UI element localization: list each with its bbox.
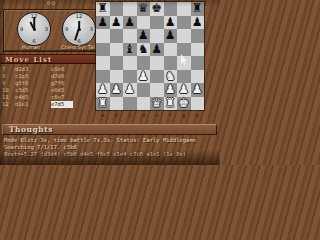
black-move[interactable]: c6e7 <box>51 94 87 101</box>
square-a7[interactable]: ♟ <box>96 16 110 30</box>
black-move[interactable]: g7f6 <box>51 80 87 87</box>
engine-clock: 12 3 6 9 <box>62 12 96 46</box>
white-player-label: Human <box>6 44 56 50</box>
white-move[interactable]: g5f6 <box>15 80 51 87</box>
square-f3[interactable]: ♞ <box>164 70 178 84</box>
move-list: 7d2d3c8e68c1g5d7d69g5f6g7f610c3d5e6d511e… <box>2 66 102 108</box>
black-rook-piece: ♜ <box>192 2 203 15</box>
square-a2[interactable]: ♟ <box>96 83 110 97</box>
square-c2[interactable]: ♟ <box>123 83 137 97</box>
square-e1[interactable]: ♛ <box>150 97 164 111</box>
white-move[interactable]: d1e1 <box>15 101 51 108</box>
file-label-g: g <box>177 112 191 118</box>
white-pawn-piece: ♟ <box>178 83 189 96</box>
square-c7[interactable]: ♟ <box>123 16 137 30</box>
white-move[interactable]: c1g5 <box>15 73 51 80</box>
white-pawn-piece: ♟ <box>124 83 135 96</box>
white-pawn-piece: ♟ <box>97 83 108 96</box>
move-row: 7d2d3c8e6 <box>2 66 102 73</box>
square-f2[interactable]: ♟ <box>164 83 178 97</box>
square-d6[interactable]: ♟ <box>137 29 151 43</box>
square-b6[interactable] <box>110 29 124 43</box>
human-clock: 12 3 6 9 <box>17 12 51 46</box>
square-h7[interactable]: ♟ <box>191 16 205 30</box>
file-label-a: a <box>96 112 110 118</box>
square-f6[interactable]: ♟ <box>164 29 178 43</box>
black-pawn-piece: ♟ <box>124 16 135 29</box>
square-f8[interactable] <box>164 2 178 16</box>
black-move[interactable]: c8e6 <box>51 66 87 73</box>
square-e5[interactable]: ♟ <box>150 43 164 57</box>
thoughts-lines: Mode Blitz 3s, time battle 7s,3s. Status… <box>4 137 218 158</box>
black-pawn-piece: ♟ <box>151 43 162 56</box>
square-d4[interactable] <box>137 56 151 70</box>
black-bishop-piece: ♝ <box>124 43 135 56</box>
square-d8[interactable]: ♛ <box>137 2 151 16</box>
move-row: 11e4d5c6e7 <box>2 94 102 101</box>
black-move[interactable]: d7d6 <box>51 73 87 80</box>
black-knight-piece: ♞ <box>138 43 149 56</box>
white-pawn-piece: ♟ <box>192 83 203 96</box>
thoughts-line-2: Searching 7/1/17. c5b6 <box>4 144 218 151</box>
num: 11 <box>2 94 15 101</box>
square-e8[interactable]: ♚ <box>150 2 164 16</box>
square-b5[interactable] <box>110 43 124 57</box>
square-c1[interactable] <box>123 97 137 111</box>
black-queen-piece: ♛ <box>138 2 149 15</box>
square-g6[interactable] <box>177 29 191 43</box>
clock-hub <box>78 28 81 31</box>
file-label-h: h <box>191 112 205 118</box>
square-c8[interactable] <box>123 2 137 16</box>
square-g2[interactable]: ♟ <box>177 83 191 97</box>
square-g5[interactable] <box>177 43 191 57</box>
white-pawn-piece: ♟ <box>165 83 176 96</box>
file-label-d: d <box>137 112 151 118</box>
square-g8[interactable] <box>177 2 191 16</box>
white-pawn-piece: ♟ <box>111 83 122 96</box>
clocks-panel: 12 3 6 9 12 3 6 9 Human Chess Sys Tal <box>3 9 106 52</box>
white-pawn-piece: ♟ <box>138 70 149 83</box>
white-knight-piece: ♞ <box>165 70 176 83</box>
square-a1[interactable]: ♜ <box>96 97 110 111</box>
black-move[interactable]: e7d5 <box>51 101 73 108</box>
square-c5[interactable]: ♝ <box>123 43 137 57</box>
square-h3[interactable] <box>191 70 205 84</box>
square-b7[interactable]: ♟ <box>110 16 124 30</box>
white-move[interactable]: e4d5 <box>15 94 51 101</box>
file-labels: abcdefgh <box>96 112 204 118</box>
black-pawn-piece: ♟ <box>192 16 203 29</box>
num: 7 <box>2 66 15 73</box>
clock-hub <box>33 28 36 31</box>
square-g3[interactable] <box>177 70 191 84</box>
square-h5[interactable] <box>191 43 205 57</box>
square-f1[interactable]: ♜ <box>164 97 178 111</box>
square-a8[interactable]: ♜ <box>96 2 110 16</box>
file-label-c: c <box>123 112 137 118</box>
move-list-header: Move List <box>0 54 102 64</box>
white-queen-piece: ♛ <box>151 97 162 110</box>
num: 8 <box>2 73 15 80</box>
move-row: 12d1e1e7d5 <box>2 101 102 108</box>
black-pawn-piece: ♟ <box>165 16 176 29</box>
move-row: 10c3d5e6d5 <box>2 87 102 94</box>
thoughts-line-3: Best=+5.27 (d3d4) c5b6 d4e5 f6e5 e1e4 c7… <box>4 151 218 158</box>
square-c4[interactable] <box>123 56 137 70</box>
game-score: 0:0 <box>47 0 55 6</box>
square-b4[interactable] <box>110 56 124 70</box>
square-b3[interactable] <box>110 70 124 84</box>
move-row: 9g5f6g7f6 <box>2 80 102 87</box>
white-rook-piece: ♜ <box>97 97 108 110</box>
square-d2[interactable] <box>137 83 151 97</box>
square-a4[interactable] <box>96 56 110 70</box>
black-pawn-piece: ♟ <box>165 29 176 42</box>
square-h8[interactable]: ♜ <box>191 2 205 16</box>
square-a6[interactable] <box>96 29 110 43</box>
num: 9 <box>2 80 15 87</box>
num: 10 <box>2 87 15 94</box>
square-d3[interactable]: ♟ <box>137 70 151 84</box>
square-f4[interactable] <box>164 56 178 70</box>
square-a3[interactable] <box>96 70 110 84</box>
square-c3[interactable] <box>123 70 137 84</box>
square-b8[interactable] <box>110 2 124 16</box>
square-e7[interactable] <box>150 16 164 30</box>
black-pawn-piece: ♟ <box>138 29 149 42</box>
chess-board: ♜♛♚♜♟♟♟♟♟♟♟♝♞♟♟♞♟♟♟♟♟♟♜♛♜♚ <box>96 2 204 110</box>
thoughts-panel-header: Thoughts <box>2 124 217 135</box>
square-a5[interactable] <box>96 43 110 57</box>
square-c6[interactable] <box>123 29 137 43</box>
white-move[interactable]: d2d3 <box>15 66 51 73</box>
square-h1[interactable] <box>191 97 205 111</box>
file-label-b: b <box>110 112 124 118</box>
square-h4[interactable] <box>191 56 205 70</box>
square-h2[interactable]: ♟ <box>191 83 205 97</box>
square-d7[interactable] <box>137 16 151 30</box>
black-move[interactable]: e6d5 <box>51 87 87 94</box>
num: 12 <box>2 101 15 108</box>
thoughts-line-1: Mode Blitz 3s, time battle 7s,3s. Status… <box>4 137 218 144</box>
square-e3[interactable] <box>150 70 164 84</box>
square-h6[interactable] <box>191 29 205 43</box>
square-d5[interactable]: ♞ <box>137 43 151 57</box>
square-e6[interactable] <box>150 29 164 43</box>
white-move[interactable]: c3d5 <box>15 87 51 94</box>
square-d1[interactable] <box>137 97 151 111</box>
black-king-piece: ♚ <box>151 2 162 15</box>
square-b2[interactable]: ♟ <box>110 83 124 97</box>
square-f5[interactable] <box>164 43 178 57</box>
square-g7[interactable] <box>177 16 191 30</box>
black-pawn-piece: ♟ <box>97 16 108 29</box>
black-rook-piece: ♜ <box>97 2 108 15</box>
file-label-e: e <box>150 112 164 118</box>
square-f7[interactable]: ♟ <box>164 16 178 30</box>
square-g1[interactable]: ♚ <box>177 97 191 111</box>
square-e2[interactable] <box>150 83 164 97</box>
white-king-piece: ♚ <box>178 97 189 110</box>
black-pawn-piece: ♟ <box>111 16 122 29</box>
white-rook-piece: ♜ <box>165 97 176 110</box>
move-row: 8c1g5d7d6 <box>2 73 102 80</box>
square-e4[interactable] <box>150 56 164 70</box>
square-b1[interactable] <box>110 97 124 111</box>
file-label-f: f <box>164 112 178 118</box>
